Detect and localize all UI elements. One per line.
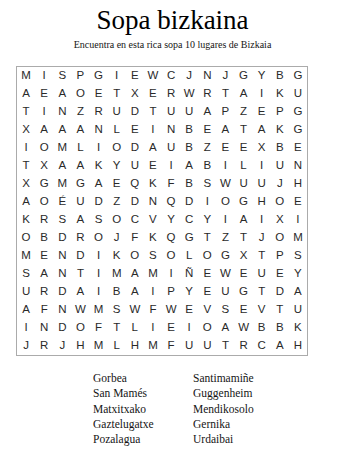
grid-cell[interactable]: C xyxy=(180,211,198,229)
grid-cell[interactable]: E xyxy=(126,67,144,85)
grid-cell[interactable]: E xyxy=(35,247,53,265)
grid-cell[interactable]: V xyxy=(198,301,216,319)
grid-cell[interactable]: D xyxy=(53,283,71,301)
grid-cell[interactable]: B xyxy=(271,139,289,157)
grid-cell[interactable]: D xyxy=(126,139,144,157)
grid-cell[interactable]: A xyxy=(35,121,53,139)
grid-cell[interactable]: N xyxy=(198,67,216,85)
grid-cell[interactable]: S xyxy=(53,67,71,85)
grid-cell[interactable]: E xyxy=(35,85,53,103)
grid-cell[interactable]: V xyxy=(253,301,271,319)
grid-cell[interactable]: M xyxy=(289,229,307,247)
grid-cell[interactable]: K xyxy=(271,85,289,103)
grid-cell[interactable]: Y xyxy=(180,283,198,301)
grid-cell[interactable]: B xyxy=(198,157,216,175)
grid-cell[interactable]: F xyxy=(35,301,53,319)
grid-cell[interactable]: T xyxy=(71,265,89,283)
grid-cell[interactable]: I xyxy=(144,283,162,301)
grid-cell[interactable]: W xyxy=(180,85,198,103)
grid-cell[interactable]: J xyxy=(180,67,198,85)
grid-cell[interactable]: I xyxy=(144,121,162,139)
grid-cell[interactable]: E xyxy=(289,139,307,157)
grid-cell[interactable]: O xyxy=(108,211,126,229)
grid-cell[interactable]: E xyxy=(90,85,108,103)
grid-cell[interactable]: U xyxy=(253,265,271,283)
grid-cell[interactable]: C xyxy=(253,337,271,355)
grid-cell[interactable]: H xyxy=(126,337,144,355)
grid-cell[interactable]: M xyxy=(90,337,108,355)
grid-cell[interactable]: O xyxy=(126,247,144,265)
grid-cell[interactable]: A xyxy=(17,193,35,211)
grid-cell[interactable]: E xyxy=(126,121,144,139)
grid-cell[interactable]: Y xyxy=(162,211,180,229)
grid-cell[interactable]: S xyxy=(144,247,162,265)
grid-cell[interactable]: L xyxy=(180,247,198,265)
grid-cell[interactable]: A xyxy=(53,157,71,175)
grid-cell[interactable]: J xyxy=(17,337,35,355)
grid-cell[interactable]: G xyxy=(289,121,307,139)
grid-cell[interactable]: O xyxy=(17,229,35,247)
grid-cell[interactable]: P xyxy=(162,283,180,301)
grid-cell[interactable]: K xyxy=(90,157,108,175)
grid-cell[interactable]: Y xyxy=(289,265,307,283)
grid-cell[interactable]: D xyxy=(126,193,144,211)
grid-cell[interactable]: V xyxy=(144,211,162,229)
grid-cell[interactable]: L xyxy=(71,139,89,157)
grid-cell[interactable]: C xyxy=(162,67,180,85)
word-list-column-1: GorbeaSan MamésMatxitxakoGaztelugatxePoz… xyxy=(93,371,154,447)
grid-cell[interactable]: U xyxy=(71,193,89,211)
grid-cell[interactable]: T xyxy=(17,103,35,121)
grid-cell[interactable]: E xyxy=(235,265,253,283)
grid-cell[interactable]: F xyxy=(126,229,144,247)
grid-cell[interactable]: U xyxy=(198,337,216,355)
grid-cell[interactable]: S xyxy=(108,301,126,319)
grid-cell[interactable]: U xyxy=(162,139,180,157)
grid-cell[interactable]: A xyxy=(71,211,89,229)
grid-cell[interactable]: O xyxy=(216,193,234,211)
grid-cell[interactable]: O xyxy=(35,193,53,211)
word-list-item: Gernika xyxy=(193,417,254,432)
grid-cell[interactable]: A xyxy=(216,121,234,139)
grid-cell[interactable]: C xyxy=(126,211,144,229)
grid-cell[interactable]: G xyxy=(71,175,89,193)
grid-cell[interactable]: Y xyxy=(108,157,126,175)
grid-cell[interactable]: I xyxy=(90,139,108,157)
grid-cell[interactable]: O xyxy=(35,139,53,157)
grid-cell[interactable]: L xyxy=(108,337,126,355)
grid-cell[interactable]: Z xyxy=(108,193,126,211)
grid-cell[interactable]: X xyxy=(126,85,144,103)
grid-cell[interactable]: Z xyxy=(235,103,253,121)
grid-cell[interactable]: U xyxy=(253,175,271,193)
grid-cell[interactable]: H xyxy=(289,337,307,355)
grid-cell[interactable]: T xyxy=(235,229,253,247)
grid-cell[interactable]: D xyxy=(53,229,71,247)
grid-cell[interactable]: I xyxy=(162,157,180,175)
grid-cell[interactable]: O xyxy=(71,319,89,337)
grid-cell[interactable]: B xyxy=(271,67,289,85)
grid-cell[interactable]: A xyxy=(253,121,271,139)
grid-cell[interactable]: U xyxy=(216,283,234,301)
grid-cell[interactable]: G xyxy=(35,175,53,193)
grid-cell[interactable]: N xyxy=(162,121,180,139)
grid-cell[interactable]: D xyxy=(126,103,144,121)
grid-cell[interactable]: A xyxy=(235,211,253,229)
grid-cell[interactable]: E xyxy=(235,139,253,157)
grid-cell[interactable]: I xyxy=(90,283,108,301)
word-list-column-2: SantimamiñeGuggenheimMendikosoloGernikaU… xyxy=(193,371,254,447)
grid-cell[interactable]: O xyxy=(271,193,289,211)
page-title: Sopa bizkaina xyxy=(0,5,345,36)
grid-cell[interactable]: U xyxy=(162,103,180,121)
word-list-item: Gorbea xyxy=(93,371,154,386)
grid-cell[interactable]: Y xyxy=(253,67,271,85)
grid-cell[interactable]: I xyxy=(35,67,53,85)
grid-cell[interactable]: W xyxy=(144,67,162,85)
grid-cell[interactable]: A xyxy=(198,103,216,121)
grid-cell[interactable]: U xyxy=(289,301,307,319)
grid-cell[interactable]: J xyxy=(108,229,126,247)
grid-cell[interactable]: Z xyxy=(216,229,234,247)
grid-cell[interactable]: A xyxy=(71,121,89,139)
grid-cell[interactable]: G xyxy=(289,67,307,85)
grid-cell[interactable]: W xyxy=(71,301,89,319)
grid-cell[interactable]: D xyxy=(271,283,289,301)
grid-cell[interactable]: B xyxy=(35,229,53,247)
grid-cell[interactable]: M xyxy=(53,175,71,193)
grid-cell[interactable]: B xyxy=(180,139,198,157)
grid-cell[interactable]: T xyxy=(253,283,271,301)
grid-cell[interactable]: E xyxy=(198,121,216,139)
grid-cell[interactable]: E xyxy=(180,301,198,319)
grid-cell[interactable]: U xyxy=(235,175,253,193)
grid-cell[interactable]: U xyxy=(108,103,126,121)
grid-cell[interactable]: I xyxy=(216,157,234,175)
grid-cell[interactable]: O xyxy=(90,229,108,247)
word-list-item: Urdaibai xyxy=(193,432,254,447)
grid-cell[interactable]: W xyxy=(216,175,234,193)
grid-cell[interactable]: A xyxy=(17,301,35,319)
grid-cell[interactable]: A xyxy=(53,85,71,103)
grid-cell[interactable]: T xyxy=(216,337,234,355)
grid-cell[interactable]: K xyxy=(271,121,289,139)
grid-cell[interactable]: M xyxy=(144,265,162,283)
grid-cell[interactable]: T xyxy=(216,85,234,103)
grid-cell[interactable]: X xyxy=(253,139,271,157)
grid-cell[interactable]: R xyxy=(35,337,53,355)
grid-cell[interactable]: N xyxy=(289,157,307,175)
grid-cell[interactable]: E xyxy=(198,265,216,283)
grid-cell[interactable]: Ñ xyxy=(180,265,198,283)
grid-cell[interactable]: W xyxy=(216,265,234,283)
grid-cell[interactable]: Q xyxy=(126,175,144,193)
page-subtitle: Encuentra en esta rica sopa 10 lugares d… xyxy=(0,39,345,50)
grid-cell[interactable]: J xyxy=(271,175,289,193)
grid-cell[interactable]: U xyxy=(126,157,144,175)
grid-cell[interactable]: Z xyxy=(198,139,216,157)
grid-cell[interactable]: B xyxy=(108,283,126,301)
grid-cell[interactable]: B xyxy=(253,319,271,337)
grid-cell[interactable]: T xyxy=(198,229,216,247)
grid-cell[interactable]: X xyxy=(17,121,35,139)
grid-cell[interactable]: A xyxy=(216,319,234,337)
grid-cell[interactable]: H xyxy=(71,337,89,355)
grid-cell[interactable]: G xyxy=(235,193,253,211)
grid-cell[interactable]: M xyxy=(90,301,108,319)
grid-cell[interactable]: M xyxy=(108,265,126,283)
grid-cell[interactable]: T xyxy=(17,157,35,175)
grid-cell[interactable]: U xyxy=(180,103,198,121)
grid-cell[interactable]: O xyxy=(162,247,180,265)
grid-cell[interactable]: R xyxy=(235,337,253,355)
word-list-item: Mendikosolo xyxy=(193,402,254,417)
grid-cell[interactable]: U xyxy=(17,283,35,301)
grid-cell[interactable]: D xyxy=(90,193,108,211)
grid-cell[interactable]: U xyxy=(180,337,198,355)
grid-cell[interactable]: U xyxy=(271,157,289,175)
grid-cell[interactable]: E xyxy=(289,193,307,211)
grid-cell[interactable]: Q xyxy=(162,229,180,247)
grid-cell[interactable]: S xyxy=(198,175,216,193)
grid-cell[interactable]: T xyxy=(108,319,126,337)
grid-cell[interactable]: A xyxy=(271,337,289,355)
grid-cell[interactable]: A xyxy=(126,283,144,301)
grid-cell[interactable]: A xyxy=(90,175,108,193)
grid-cell[interactable]: G xyxy=(180,229,198,247)
grid-cell[interactable]: W xyxy=(235,319,253,337)
grid-cell[interactable]: R xyxy=(162,85,180,103)
grid-cell[interactable]: Z xyxy=(71,103,89,121)
grid-cell[interactable]: L xyxy=(108,121,126,139)
word-list-item: Gaztelugatxe xyxy=(93,417,154,432)
grid-cell[interactable]: A xyxy=(180,157,198,175)
word-list-item: Guggenheim xyxy=(193,386,254,401)
grid-cell[interactable]: G xyxy=(235,67,253,85)
grid-cell[interactable]: N xyxy=(53,265,71,283)
grid-cell[interactable]: N xyxy=(35,319,53,337)
grid-cell[interactable]: B xyxy=(271,319,289,337)
grid-cell[interactable]: X xyxy=(35,157,53,175)
grid-cell[interactable]: I xyxy=(253,85,271,103)
grid-cell[interactable]: E xyxy=(271,265,289,283)
grid-cell[interactable]: B xyxy=(180,175,198,193)
grid-cell[interactable]: K xyxy=(17,211,35,229)
grid-cell[interactable]: O xyxy=(198,319,216,337)
grid-cell[interactable]: O xyxy=(198,247,216,265)
grid-cell[interactable]: E xyxy=(198,283,216,301)
grid-cell[interactable]: A xyxy=(289,283,307,301)
grid-cell[interactable]: T xyxy=(271,301,289,319)
grid-cell[interactable]: I xyxy=(253,157,271,175)
grid-cell[interactable]: H xyxy=(289,175,307,193)
grid-cell[interactable]: P xyxy=(271,247,289,265)
word-list-item: Matxitxako xyxy=(93,402,154,417)
grid-cell[interactable]: S xyxy=(17,265,35,283)
grid-cell[interactable]: P xyxy=(216,103,234,121)
grid-cell[interactable]: A xyxy=(35,265,53,283)
grid-cell[interactable]: R xyxy=(35,211,53,229)
grid-cell[interactable]: O xyxy=(71,85,89,103)
grid-cell[interactable]: K xyxy=(144,175,162,193)
grid-cell[interactable]: U xyxy=(289,85,307,103)
grid-cell[interactable]: T xyxy=(235,121,253,139)
grid-cell[interactable]: A xyxy=(53,121,71,139)
grid-cell[interactable]: R xyxy=(90,103,108,121)
grid-cell[interactable]: A xyxy=(235,85,253,103)
grid-cell[interactable]: Q xyxy=(162,193,180,211)
grid-cell[interactable]: E xyxy=(235,301,253,319)
grid-cell[interactable]: M xyxy=(144,337,162,355)
word-search-grid: MISPGIEWCJNJGYBGAEAOETXERWRTAIKUTINZRUDT… xyxy=(16,66,308,356)
grid-cell[interactable]: F xyxy=(162,175,180,193)
grid-cell[interactable]: K xyxy=(144,229,162,247)
grid-cell[interactable]: W xyxy=(126,301,144,319)
grid-cell[interactable]: S xyxy=(90,211,108,229)
grid-cell[interactable]: I xyxy=(90,247,108,265)
grid-cell[interactable]: I xyxy=(35,103,53,121)
grid-cell[interactable]: I xyxy=(289,211,307,229)
grid-cell[interactable]: L xyxy=(235,157,253,175)
grid-cell[interactable]: E xyxy=(108,175,126,193)
grid-cell[interactable]: A xyxy=(71,157,89,175)
grid-cell[interactable]: D xyxy=(53,319,71,337)
grid-cell[interactable]: O xyxy=(271,229,289,247)
grid-cell[interactable]: I xyxy=(253,211,271,229)
grid-cell[interactable]: P xyxy=(271,103,289,121)
grid-cell[interactable]: X xyxy=(17,175,35,193)
grid-cell[interactable]: R xyxy=(71,229,89,247)
grid-cell[interactable]: E xyxy=(162,319,180,337)
grid-cell[interactable]: I xyxy=(17,319,35,337)
grid-cell[interactable]: G xyxy=(235,283,253,301)
grid-cell[interactable]: A xyxy=(144,139,162,157)
grid-cell[interactable]: J xyxy=(253,229,271,247)
grid-cell[interactable]: R xyxy=(35,283,53,301)
grid-cell[interactable]: F xyxy=(144,301,162,319)
grid-cell[interactable]: I xyxy=(180,319,198,337)
grid-cell[interactable]: A xyxy=(71,283,89,301)
word-list-item: Pozalagua xyxy=(93,432,154,447)
grid-cell[interactable]: G xyxy=(216,247,234,265)
grid-cell[interactable]: T xyxy=(253,247,271,265)
grid-cell[interactable]: D xyxy=(71,247,89,265)
grid-cell[interactable]: G xyxy=(289,103,307,121)
grid-cell[interactable]: Y xyxy=(198,211,216,229)
grid-cell[interactable]: X xyxy=(235,247,253,265)
grid-cell[interactable]: S xyxy=(216,301,234,319)
grid-cell[interactable]: N xyxy=(90,121,108,139)
grid-cell[interactable]: W xyxy=(162,301,180,319)
grid-cell[interactable]: M xyxy=(53,139,71,157)
grid-cell[interactable]: T xyxy=(108,85,126,103)
grid-cell[interactable]: K xyxy=(108,247,126,265)
grid-cell[interactable]: M xyxy=(17,67,35,85)
word-list-item: San Mamés xyxy=(93,386,154,401)
grid-cell[interactable]: T xyxy=(144,103,162,121)
grid-cell[interactable]: F xyxy=(90,319,108,337)
grid-cell[interactable]: B xyxy=(180,121,198,139)
grid-cell[interactable]: N xyxy=(144,193,162,211)
grid-cell[interactable]: K xyxy=(289,319,307,337)
grid-cell[interactable]: L xyxy=(126,319,144,337)
grid-cell[interactable]: X xyxy=(271,211,289,229)
grid-cell[interactable]: P xyxy=(71,67,89,85)
grid-cell[interactable]: D xyxy=(180,193,198,211)
grid-cell[interactable]: I xyxy=(17,139,35,157)
grid-cell[interactable]: S xyxy=(289,247,307,265)
grid-cell[interactable]: I xyxy=(144,319,162,337)
grid-cell[interactable]: M xyxy=(17,247,35,265)
grid-cell[interactable]: F xyxy=(162,337,180,355)
grid-cell[interactable]: E xyxy=(253,103,271,121)
grid-cell[interactable]: I xyxy=(162,265,180,283)
grid-cell[interactable]: E xyxy=(216,139,234,157)
grid-cell[interactable]: O xyxy=(108,139,126,157)
grid-cell[interactable]: I xyxy=(108,67,126,85)
grid-cell[interactable]: I xyxy=(216,211,234,229)
grid-cell[interactable]: N xyxy=(53,103,71,121)
grid-cell[interactable]: A xyxy=(17,85,35,103)
grid-cell[interactable]: E xyxy=(144,157,162,175)
grid-cell[interactable]: S xyxy=(53,211,71,229)
grid-cell[interactable]: I xyxy=(90,265,108,283)
grid-cell[interactable]: N xyxy=(53,301,71,319)
grid-cell[interactable]: H xyxy=(253,193,271,211)
grid-cell[interactable]: E xyxy=(144,85,162,103)
grid-cell[interactable]: É xyxy=(53,193,71,211)
word-list-item: Santimamiñe xyxy=(193,371,254,386)
grid-cell[interactable]: J xyxy=(53,337,71,355)
grid-cell[interactable]: J xyxy=(216,67,234,85)
grid-cell[interactable]: A xyxy=(126,265,144,283)
grid-cell[interactable]: G xyxy=(90,67,108,85)
grid-cell[interactable]: N xyxy=(53,247,71,265)
grid-cell[interactable]: R xyxy=(198,85,216,103)
grid-cell[interactable]: I xyxy=(198,193,216,211)
